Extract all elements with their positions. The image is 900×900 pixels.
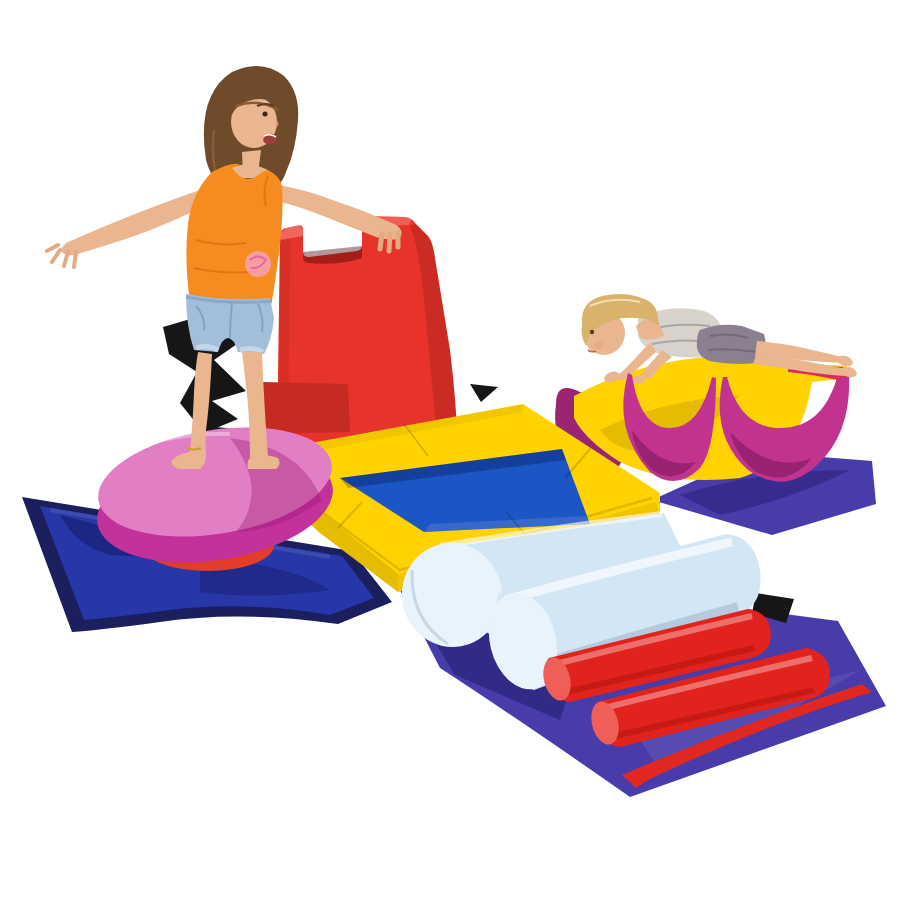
toddler-cheek [595, 341, 603, 349]
scene-canvas [0, 0, 900, 900]
product-photo [0, 0, 900, 900]
climber-wedge-shade [262, 382, 350, 434]
girl-eye [263, 112, 268, 117]
girl-top-print [245, 251, 271, 277]
soft-climber [262, 216, 458, 452]
toddler-eye [590, 330, 594, 334]
